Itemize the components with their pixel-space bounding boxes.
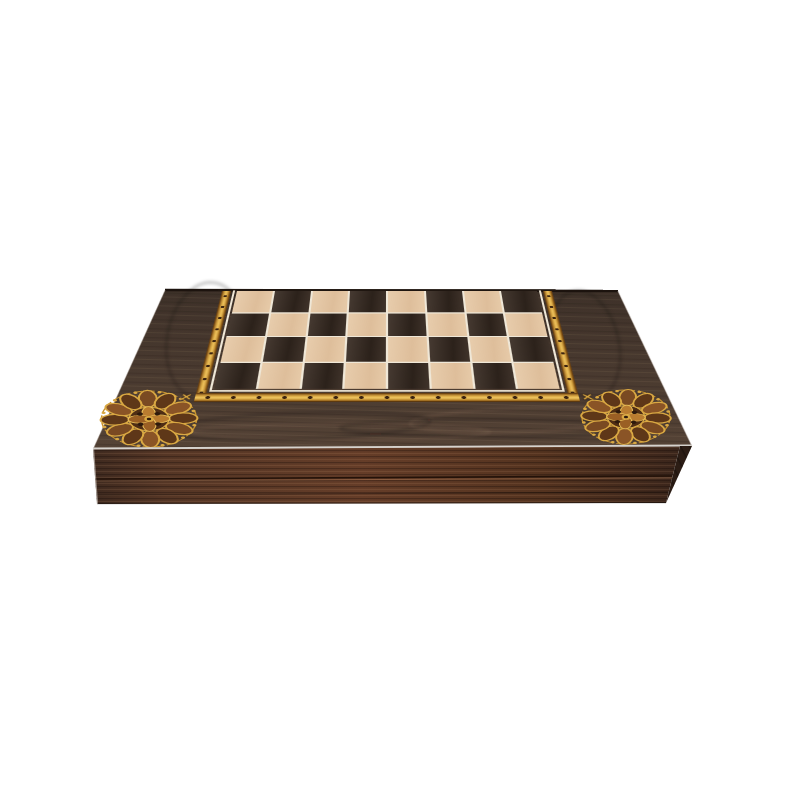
board-square-r3c7 xyxy=(469,337,511,361)
board-square-r2c7 xyxy=(466,313,507,336)
board-square-r2c8 xyxy=(505,313,547,336)
corner-cross-inlay-right: × xyxy=(580,392,595,400)
chess-board xyxy=(214,291,559,389)
board-square-r4c3 xyxy=(301,363,344,389)
board-square-r2c3 xyxy=(307,313,347,336)
board-square-r4c2 xyxy=(258,363,302,389)
board-square-r3c6 xyxy=(428,337,469,361)
board-square-r4c8 xyxy=(514,363,560,389)
board-square-r3c1 xyxy=(221,337,265,361)
board-square-r1c3 xyxy=(310,291,348,312)
board-square-r2c2 xyxy=(267,313,308,336)
board-square-r4c6 xyxy=(430,363,473,389)
board-square-r1c2 xyxy=(271,291,310,312)
product-photo-chess-box: × × xyxy=(0,0,800,800)
corner-cross-inlay-left: × xyxy=(179,392,194,400)
board-square-r2c1 xyxy=(227,313,269,336)
board-square-r1c5 xyxy=(388,291,425,312)
board-square-r1c6 xyxy=(426,291,464,312)
board-square-r3c2 xyxy=(263,337,305,361)
gold-border-near xyxy=(194,393,580,402)
chess-board-inlay: × × xyxy=(194,291,580,402)
board-square-r1c1 xyxy=(232,291,273,312)
board-square-r3c5 xyxy=(388,337,428,361)
board-square-r4c4 xyxy=(345,363,386,389)
board-square-r3c8 xyxy=(509,337,553,361)
board-perspective-scene: × × xyxy=(222,291,552,511)
board-square-r3c3 xyxy=(304,337,345,361)
board-square-r2c4 xyxy=(348,313,386,336)
board-square-r2c6 xyxy=(427,313,467,336)
board-square-r3c4 xyxy=(346,337,386,361)
board-square-r4c1 xyxy=(214,363,260,389)
board-square-r2c5 xyxy=(388,313,426,336)
board-square-r4c5 xyxy=(388,363,429,389)
board-square-r4c7 xyxy=(472,363,516,389)
board-square-r1c4 xyxy=(349,291,386,312)
board-square-r1c7 xyxy=(464,291,503,312)
board-square-r1c8 xyxy=(501,291,542,312)
